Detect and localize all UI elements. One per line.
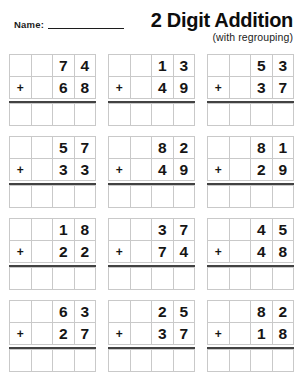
answer-cell (250, 103, 272, 125)
digit-cell: 3 (250, 76, 272, 98)
answer-cell (229, 267, 251, 289)
answer-cell (108, 103, 130, 125)
plus-sign-cell: + (108, 322, 130, 344)
digit-cell: 7 (173, 218, 195, 240)
digit-cell: 2 (151, 300, 173, 322)
answer-cell (9, 267, 31, 289)
plus-sign-cell: + (207, 76, 229, 98)
empty-cell (31, 322, 53, 344)
answer-grid (207, 185, 294, 208)
digit-cell: 2 (272, 300, 294, 322)
answer-cell (250, 349, 272, 371)
digit-cell: 9 (173, 76, 195, 98)
digit-cell: 2 (52, 240, 74, 262)
addition-problem: 57+33 (9, 136, 96, 208)
digit-cell: 9 (173, 158, 195, 180)
answer-cell (108, 267, 130, 289)
answer-cell (31, 103, 53, 125)
answer-grid (9, 103, 96, 126)
answer-cell (9, 185, 31, 207)
answer-cell (130, 185, 152, 207)
addend-grid: 37+74 (108, 218, 195, 263)
addend-grid: 45+48 (207, 218, 294, 263)
plus-sign-cell: + (207, 240, 229, 262)
digit-cell: 8 (250, 300, 272, 322)
digit-cell: 7 (74, 136, 96, 158)
digit-cell: 4 (173, 240, 195, 262)
digit-cell: 8 (250, 136, 272, 158)
answer-cell (74, 103, 96, 125)
answer-cell (9, 103, 31, 125)
digit-cell: 4 (74, 54, 96, 76)
empty-cell (207, 218, 229, 240)
answer-cell (229, 349, 251, 371)
answer-cell (229, 185, 251, 207)
digit-cell: 3 (151, 322, 173, 344)
addend-grid: 13+49 (108, 54, 195, 99)
digit-cell: 5 (250, 54, 272, 76)
digit-cell: 2 (250, 158, 272, 180)
digit-cell: 7 (151, 240, 173, 262)
addition-problem: 25+37 (108, 300, 195, 372)
answer-grid (108, 349, 195, 372)
empty-cell (31, 240, 53, 262)
empty-cell (207, 54, 229, 76)
plus-sign-cell: + (9, 240, 31, 262)
digit-cell: 4 (151, 158, 173, 180)
answer-cell (151, 349, 173, 371)
addend-grid: 25+37 (108, 300, 195, 345)
name-underline (48, 27, 124, 29)
digit-cell: 7 (52, 54, 74, 76)
digit-cell: 3 (173, 54, 195, 76)
plus-sign-cell: + (9, 322, 31, 344)
digit-cell: 7 (173, 322, 195, 344)
empty-cell (130, 158, 152, 180)
page-title: 2 Digit Addition (151, 10, 293, 30)
plus-sign-cell: + (9, 76, 31, 98)
answer-grid (207, 103, 294, 126)
addend-grid: 82+18 (207, 300, 294, 345)
digit-cell: 4 (151, 76, 173, 98)
empty-cell (108, 218, 130, 240)
answer-cell (31, 267, 53, 289)
addend-grid: 18+22 (9, 218, 96, 263)
answer-grid (108, 103, 195, 126)
name-label: Name: (14, 19, 44, 30)
page-subtitle: (with regrouping) (151, 32, 293, 43)
addition-problem: 53+37 (207, 54, 294, 126)
title-block: 2 Digit Addition (with regrouping) (151, 10, 293, 43)
digit-cell: 2 (52, 322, 74, 344)
plus-sign-cell: + (9, 158, 31, 180)
answer-cell (229, 103, 251, 125)
empty-cell (9, 54, 31, 76)
empty-cell (130, 76, 152, 98)
empty-cell (130, 54, 152, 76)
digit-cell: 1 (250, 322, 272, 344)
addend-grid: 53+37 (207, 54, 294, 99)
answer-cell (207, 103, 229, 125)
digit-cell: 6 (52, 76, 74, 98)
digit-cell: 3 (52, 158, 74, 180)
answer-cell (173, 267, 195, 289)
empty-cell (207, 136, 229, 158)
answer-cell (52, 267, 74, 289)
empty-cell (130, 136, 152, 158)
empty-cell (229, 158, 251, 180)
empty-cell (108, 54, 130, 76)
addend-grid: 63+27 (9, 300, 96, 345)
plus-sign-cell: + (207, 158, 229, 180)
digit-cell: 8 (272, 240, 294, 262)
answer-cell (173, 349, 195, 371)
digit-cell: 5 (173, 300, 195, 322)
answer-cell (207, 185, 229, 207)
plus-sign-cell: + (108, 76, 130, 98)
answer-cell (130, 349, 152, 371)
empty-cell (31, 54, 53, 76)
problems-grid: 74+6813+4953+3757+3382+4981+2918+2237+74… (9, 54, 294, 372)
answer-cell (52, 349, 74, 371)
digit-cell: 2 (173, 136, 195, 158)
addition-problem: 18+22 (9, 218, 96, 290)
addend-grid: 81+29 (207, 136, 294, 181)
addition-problem: 82+18 (207, 300, 294, 372)
digit-cell: 1 (151, 54, 173, 76)
digit-cell: 8 (151, 136, 173, 158)
addition-problem: 63+27 (9, 300, 96, 372)
empty-cell (9, 300, 31, 322)
addition-problem: 37+74 (108, 218, 195, 290)
answer-cell (74, 267, 96, 289)
digit-cell: 4 (250, 218, 272, 240)
digit-cell: 8 (74, 76, 96, 98)
answer-cell (272, 103, 294, 125)
answer-cell (74, 185, 96, 207)
empty-cell (9, 136, 31, 158)
digit-cell: 7 (74, 322, 96, 344)
answer-cell (250, 185, 272, 207)
answer-cell (272, 349, 294, 371)
answer-cell (272, 185, 294, 207)
answer-cell (9, 349, 31, 371)
empty-cell (31, 136, 53, 158)
addend-grid: 57+33 (9, 136, 96, 181)
empty-cell (130, 300, 152, 322)
digit-cell: 8 (74, 218, 96, 240)
answer-cell (250, 267, 272, 289)
answer-cell (207, 349, 229, 371)
addition-problem: 82+49 (108, 136, 195, 208)
answer-cell (52, 185, 74, 207)
digit-cell: 9 (272, 158, 294, 180)
digit-cell: 7 (272, 76, 294, 98)
empty-cell (108, 136, 130, 158)
answer-grid (9, 267, 96, 290)
digit-cell: 6 (52, 300, 74, 322)
answer-cell (52, 103, 74, 125)
answer-cell (151, 267, 173, 289)
empty-cell (9, 218, 31, 240)
answer-cell (108, 349, 130, 371)
empty-cell (229, 300, 251, 322)
empty-cell (31, 218, 53, 240)
empty-cell (31, 158, 53, 180)
empty-cell (31, 300, 53, 322)
digit-cell: 2 (74, 240, 96, 262)
empty-cell (31, 76, 53, 98)
empty-cell (108, 300, 130, 322)
digit-cell: 1 (52, 218, 74, 240)
answer-cell (130, 267, 152, 289)
empty-cell (229, 136, 251, 158)
empty-cell (207, 300, 229, 322)
answer-grid (9, 349, 96, 372)
empty-cell (229, 322, 251, 344)
addend-grid: 82+49 (108, 136, 195, 181)
answer-grid (207, 349, 294, 372)
answer-grid (207, 267, 294, 290)
answer-cell (173, 185, 195, 207)
digit-cell: 5 (52, 136, 74, 158)
empty-cell (229, 240, 251, 262)
digit-cell: 3 (74, 300, 96, 322)
answer-cell (108, 185, 130, 207)
empty-cell (130, 240, 152, 262)
empty-cell (229, 218, 251, 240)
answer-cell (31, 185, 53, 207)
plus-sign-cell: + (108, 158, 130, 180)
addition-problem: 81+29 (207, 136, 294, 208)
addend-grid: 74+68 (9, 54, 96, 99)
empty-cell (130, 322, 152, 344)
answer-cell (74, 349, 96, 371)
digit-cell: 3 (74, 158, 96, 180)
plus-sign-cell: + (207, 322, 229, 344)
digit-cell: 4 (250, 240, 272, 262)
digit-cell: 8 (272, 322, 294, 344)
worksheet-page: Name: 2 Digit Addition (with regrouping)… (0, 0, 300, 388)
digit-cell: 1 (272, 136, 294, 158)
digit-cell: 3 (272, 54, 294, 76)
answer-cell (173, 103, 195, 125)
answer-cell (272, 267, 294, 289)
answer-grid (108, 267, 195, 290)
addition-problem: 74+68 (9, 54, 96, 126)
answer-grid (108, 185, 195, 208)
worksheet-header: Name: 2 Digit Addition (with regrouping) (9, 10, 294, 54)
digit-cell: 5 (272, 218, 294, 240)
empty-cell (130, 218, 152, 240)
answer-cell (151, 185, 173, 207)
empty-cell (229, 54, 251, 76)
addition-problem: 45+48 (207, 218, 294, 290)
answer-grid (9, 185, 96, 208)
answer-cell (31, 349, 53, 371)
empty-cell (229, 76, 251, 98)
answer-cell (130, 103, 152, 125)
answer-cell (207, 267, 229, 289)
answer-cell (151, 103, 173, 125)
addition-problem: 13+49 (108, 54, 195, 126)
name-field-row: Name: (14, 19, 124, 30)
digit-cell: 3 (151, 218, 173, 240)
plus-sign-cell: + (108, 240, 130, 262)
